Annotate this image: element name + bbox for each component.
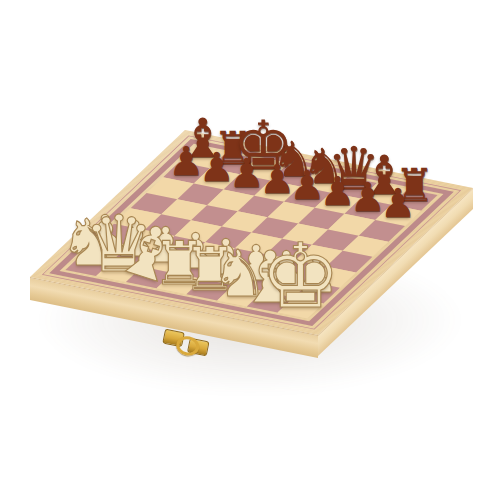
photo-canvas: ♝♜♚♞♞♛♝♜♟♟♟♟♟♟♟♟♟♟♟♟♟♟♟♟♞♛♝♜♜♞♝♚ xyxy=(0,0,500,500)
